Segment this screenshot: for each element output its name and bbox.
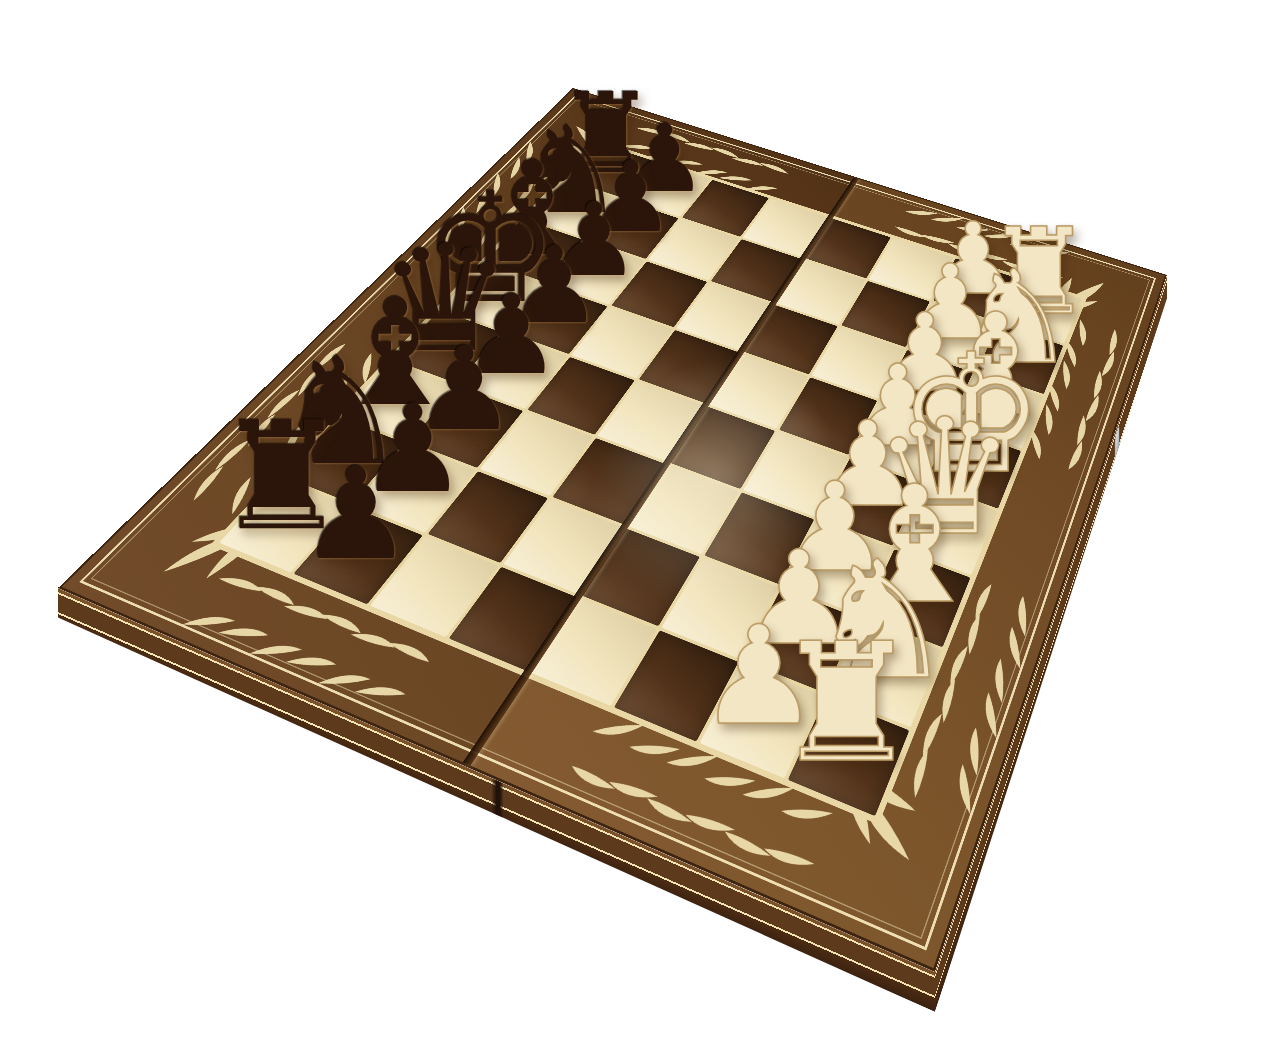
photo-canvas: ♜♞♝♛♚♝♞♜♟♟♟♟♟♟♟♟♟♟♟♟♟♟♟♟♜♞♝♛♚♝♞♜ [0,0,1280,1041]
pieces-layer: ♜♞♝♛♚♝♞♜♟♟♟♟♟♟♟♟♟♟♟♟♟♟♟♟♜♞♝♛♚♝♞♜ [0,0,1280,1041]
piece-black-pawn-a7[interactable]: ♟ [299,451,413,578]
piece-white-rook-a1[interactable]: ♜ [773,621,920,786]
